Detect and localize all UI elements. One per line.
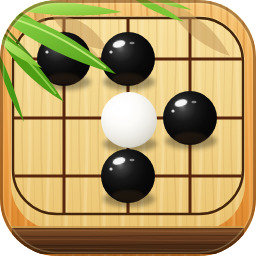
stone-glint (129, 42, 134, 45)
stone-glint (191, 101, 196, 104)
stone-glint (109, 167, 112, 170)
stone-rim-reflection (48, 73, 80, 85)
stone-rim-reflection (112, 73, 144, 85)
black-stone (101, 149, 155, 207)
go-app-icon[interactable] (0, 0, 256, 256)
goban-front-face-grain (12, 228, 244, 254)
stone-rim-reflection (112, 190, 144, 202)
black-stone (101, 32, 155, 90)
go-board-art (0, 0, 256, 256)
stone-soft-highlight (110, 101, 132, 117)
stone-glint (45, 50, 48, 53)
stone-glint (129, 159, 134, 162)
black-stone (163, 91, 217, 149)
white-stone (101, 92, 157, 152)
stone-glint (171, 109, 174, 112)
stone-glint (109, 50, 112, 53)
stone-rim-reflection (174, 132, 206, 144)
stone-body (101, 92, 157, 148)
